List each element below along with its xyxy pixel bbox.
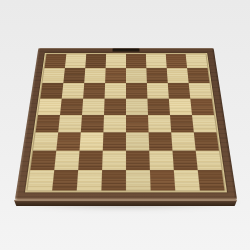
square-a3 [33, 132, 58, 150]
square-d7 [105, 68, 126, 83]
square-d4 [103, 115, 126, 132]
square-g7 [167, 68, 189, 83]
square-h1 [198, 170, 225, 191]
square-h3 [194, 132, 219, 150]
square-e7 [126, 68, 147, 83]
square-g8 [166, 54, 187, 68]
square-a5 [38, 99, 62, 115]
square-e2 [126, 151, 150, 170]
square-h2 [196, 151, 222, 170]
square-d5 [104, 99, 126, 115]
square-f1 [150, 170, 175, 191]
square-h4 [192, 115, 216, 132]
product-photo-background [0, 0, 250, 250]
square-g4 [170, 115, 194, 132]
square-b1 [52, 170, 78, 191]
square-g3 [171, 132, 196, 150]
square-g2 [172, 151, 197, 170]
square-f2 [149, 151, 174, 170]
square-b8 [65, 54, 86, 68]
playing-field [28, 54, 225, 190]
square-f5 [147, 99, 170, 115]
square-h6 [189, 83, 212, 99]
square-c1 [77, 170, 102, 191]
square-a7 [42, 68, 64, 83]
square-b5 [60, 99, 83, 115]
square-d8 [106, 54, 126, 68]
square-c4 [81, 115, 104, 132]
square-b4 [58, 115, 82, 132]
square-a8 [45, 54, 67, 68]
square-c7 [84, 68, 105, 83]
square-f4 [148, 115, 171, 132]
square-c6 [83, 83, 105, 99]
square-d3 [103, 132, 126, 150]
square-b2 [54, 151, 79, 170]
square-f8 [146, 54, 167, 68]
square-e5 [126, 99, 148, 115]
square-d1 [101, 170, 126, 191]
square-f6 [147, 83, 169, 99]
square-c5 [82, 99, 105, 115]
square-g5 [169, 99, 192, 115]
nameplate [112, 48, 139, 52]
square-b6 [62, 83, 85, 99]
square-e4 [126, 115, 149, 132]
square-h7 [187, 68, 209, 83]
board-side-edge [14, 200, 237, 206]
square-f7 [146, 68, 167, 83]
square-d6 [105, 83, 126, 99]
square-e6 [126, 83, 147, 99]
square-a2 [30, 151, 56, 170]
chessboard [15, 48, 237, 200]
square-h5 [190, 99, 214, 115]
square-f3 [149, 132, 173, 150]
square-h8 [186, 54, 208, 68]
square-c3 [80, 132, 104, 150]
square-g1 [174, 170, 200, 191]
square-a6 [40, 83, 63, 99]
square-c2 [78, 151, 103, 170]
square-b7 [63, 68, 85, 83]
square-a4 [36, 115, 60, 132]
square-e8 [126, 54, 146, 68]
square-e1 [126, 170, 151, 191]
square-a1 [28, 170, 55, 191]
square-c8 [85, 54, 106, 68]
square-b3 [56, 132, 81, 150]
square-e3 [126, 132, 149, 150]
square-g6 [168, 83, 191, 99]
square-d2 [102, 151, 126, 170]
